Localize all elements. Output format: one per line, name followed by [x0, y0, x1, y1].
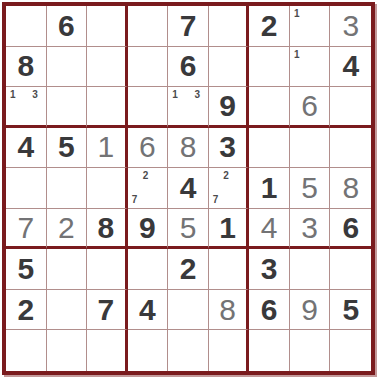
cell-r4c1[interactable]: 4: [6, 128, 47, 169]
pencil-mark-2: 2: [142, 170, 153, 182]
sudoku-app: 6721386141313964516832742715872895143652…: [0, 0, 379, 380]
cell-r6c1[interactable]: 7: [6, 209, 47, 250]
given-digit: 8: [17, 51, 34, 81]
given-digit: 5: [17, 254, 34, 284]
pencil-marks: 27: [210, 169, 246, 207]
given-digit: 5: [342, 295, 359, 325]
given-digit: 6: [261, 295, 278, 325]
cell-r9c5[interactable]: [168, 330, 209, 371]
entered-digit: 8: [180, 132, 197, 162]
pencil-marks: 13: [7, 88, 45, 124]
cell-r3c4[interactable]: [128, 87, 169, 128]
given-digit: 7: [180, 11, 197, 41]
cell-r2c9[interactable]: 4: [330, 47, 371, 88]
cell-r1c5[interactable]: 7: [168, 6, 209, 47]
pencil-marks: 27: [129, 169, 167, 207]
entered-digit: 7: [17, 213, 34, 243]
cell-r3c2[interactable]: [47, 87, 88, 128]
cell-r2c1[interactable]: 8: [6, 47, 47, 88]
cell-r5c4[interactable]: 27: [128, 168, 169, 209]
pencil-mark-1: 1: [171, 89, 182, 100]
cell-r7c5[interactable]: 2: [168, 249, 209, 290]
cell-r8c4[interactable]: 4: [128, 290, 169, 331]
cell-r5c7[interactable]: 1: [249, 168, 290, 209]
cell-r9c1[interactable]: [6, 330, 47, 371]
cell-r3c9[interactable]: [330, 87, 371, 128]
cell-r9c7[interactable]: [249, 330, 290, 371]
cell-r1c1[interactable]: [6, 6, 47, 47]
cell-r8c5[interactable]: [168, 290, 209, 331]
cell-r6c6[interactable]: 1: [209, 209, 250, 250]
given-digit: 2: [180, 254, 197, 284]
given-digit: 6: [180, 51, 197, 81]
pencil-mark-1: 1: [293, 8, 304, 20]
given-digit: 3: [219, 132, 236, 162]
cell-r2c7[interactable]: [249, 47, 290, 88]
entered-digit: 1: [98, 132, 115, 162]
given-digit: 8: [98, 213, 115, 243]
given-digit: 5: [58, 132, 75, 162]
entered-digit: 6: [301, 91, 318, 121]
cell-r4c3[interactable]: 1: [87, 128, 128, 169]
cell-r2c2[interactable]: [47, 47, 88, 88]
pencil-marks: 1: [291, 48, 329, 86]
cell-r4c7[interactable]: [249, 128, 290, 169]
cell-r4c5[interactable]: 8: [168, 128, 209, 169]
cell-r4c6[interactable]: 3: [209, 128, 250, 169]
cell-r5c9[interactable]: 8: [330, 168, 371, 209]
cell-r1c9[interactable]: 3: [330, 6, 371, 47]
given-digit: 4: [17, 132, 34, 162]
cell-r8c2[interactable]: [47, 290, 88, 331]
cell-r9c4[interactable]: [128, 330, 169, 371]
cell-r3c1[interactable]: 13: [6, 87, 47, 128]
cell-r4c8[interactable]: [290, 128, 331, 169]
cell-r3c3[interactable]: [87, 87, 128, 128]
cell-r3c6[interactable]: 9: [209, 87, 250, 128]
cell-r2c4[interactable]: [128, 47, 169, 88]
entered-digit: 5: [180, 213, 197, 243]
cell-r5c6[interactable]: 27: [209, 168, 250, 209]
given-digit: 1: [219, 213, 236, 243]
given-digit: 4: [180, 173, 197, 203]
pencil-marks: 13: [169, 88, 207, 124]
cell-r9c8[interactable]: [290, 330, 331, 371]
entered-digit: 5: [301, 173, 318, 203]
cell-r9c3[interactable]: [87, 330, 128, 371]
cell-r1c2[interactable]: 6: [47, 6, 88, 47]
given-digit: 9: [219, 91, 236, 121]
cell-r2c8[interactable]: 1: [290, 47, 331, 88]
pencil-marks: 1: [291, 7, 329, 45]
cell-r1c8[interactable]: 1: [290, 6, 331, 47]
entered-digit: 3: [301, 213, 318, 243]
cell-r8c3[interactable]: 7: [87, 290, 128, 331]
entered-digit: 8: [342, 173, 359, 203]
cell-r2c6[interactable]: [209, 47, 250, 88]
pencil-mark-3: 3: [31, 89, 42, 100]
pencil-mark-7: 7: [212, 194, 223, 206]
cell-r5c2[interactable]: [47, 168, 88, 209]
cell-r1c3[interactable]: [87, 6, 128, 47]
cell-r1c7[interactable]: 2: [249, 6, 290, 47]
given-digit: 9: [139, 213, 156, 243]
given-digit: 1: [261, 173, 278, 203]
pencil-mark-2: 2: [222, 170, 233, 182]
cell-r7c2[interactable]: [47, 249, 88, 290]
entered-digit: 6: [139, 132, 156, 162]
cell-r6c7[interactable]: 4: [249, 209, 290, 250]
given-digit: 4: [139, 295, 156, 325]
cell-r4c4[interactable]: 6: [128, 128, 169, 169]
cell-r9c6[interactable]: [209, 330, 250, 371]
cell-r2c5[interactable]: 6: [168, 47, 209, 88]
pencil-mark-1: 1: [9, 89, 20, 100]
cell-r7c1[interactable]: 5: [6, 249, 47, 290]
cell-r6c4[interactable]: 9: [128, 209, 169, 250]
given-digit: 2: [261, 11, 278, 41]
cell-r5c5[interactable]: 4: [168, 168, 209, 209]
cell-r5c8[interactable]: 5: [290, 168, 331, 209]
cell-r6c9[interactable]: 6: [330, 209, 371, 250]
pencil-mark-1: 1: [293, 49, 304, 61]
given-digit: 2: [17, 295, 34, 325]
entered-digit: 3: [342, 11, 359, 41]
cell-r9c9[interactable]: [330, 330, 371, 371]
cell-r8c1[interactable]: 2: [6, 290, 47, 331]
cell-r4c2[interactable]: 5: [47, 128, 88, 169]
cell-r6c5[interactable]: 5: [168, 209, 209, 250]
cell-r3c7[interactable]: [249, 87, 290, 128]
pencil-mark-3: 3: [194, 89, 205, 100]
cell-r7c6[interactable]: [209, 249, 250, 290]
cell-r9c2[interactable]: [47, 330, 88, 371]
cell-r5c1[interactable]: [6, 168, 47, 209]
sudoku-board: 6721386141313964516832742715872895143652…: [2, 2, 375, 375]
entered-digit: 9: [301, 295, 318, 325]
cell-r8c8[interactable]: 9: [290, 290, 331, 331]
cell-r3c5[interactable]: 13: [168, 87, 209, 128]
cell-r1c6[interactable]: [209, 6, 250, 47]
cell-r1c4[interactable]: [128, 6, 169, 47]
cell-r8c9[interactable]: 5: [330, 290, 371, 331]
cell-r2c3[interactable]: [87, 47, 128, 88]
cell-r6c3[interactable]: 8: [87, 209, 128, 250]
given-digit: 3: [261, 254, 278, 284]
cell-r7c4[interactable]: [128, 249, 169, 290]
cell-r6c8[interactable]: 3: [290, 209, 331, 250]
given-digit: 6: [342, 213, 359, 243]
entered-digit: 8: [219, 295, 236, 325]
entered-digit: 2: [58, 213, 75, 243]
cell-r8c6[interactable]: 8: [209, 290, 250, 331]
cell-r7c9[interactable]: [330, 249, 371, 290]
cell-r3c8[interactable]: 6: [290, 87, 331, 128]
cell-r5c3[interactable]: [87, 168, 128, 209]
cell-r7c7[interactable]: 3: [249, 249, 290, 290]
cell-r4c9[interactable]: [330, 128, 371, 169]
cell-r6c2[interactable]: 2: [47, 209, 88, 250]
given-digit: 7: [98, 295, 115, 325]
entered-digit: 4: [261, 213, 278, 243]
cell-r7c3[interactable]: [87, 249, 128, 290]
given-digit: 6: [58, 11, 75, 41]
cell-r7c8[interactable]: [290, 249, 331, 290]
cell-r8c7[interactable]: 6: [249, 290, 290, 331]
given-digit: 4: [342, 51, 359, 81]
pencil-mark-7: 7: [131, 194, 142, 206]
